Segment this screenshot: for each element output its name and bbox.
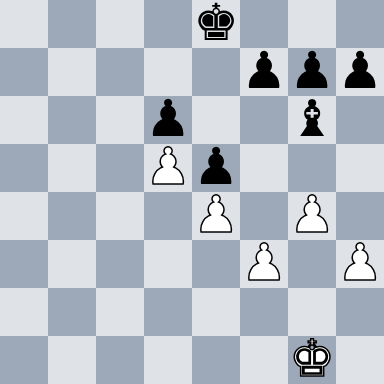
black-bishop[interactable]: ♝ — [289, 95, 335, 143]
black-pawn[interactable]: ♟ — [145, 95, 191, 143]
square-f6[interactable] — [240, 96, 288, 144]
white-pawn[interactable]: ♟ — [289, 191, 335, 239]
square-h6[interactable] — [336, 96, 384, 144]
square-b8[interactable] — [48, 0, 96, 48]
square-e1[interactable] — [192, 336, 240, 384]
square-h3[interactable]: ♟ — [336, 240, 384, 288]
square-e8[interactable]: ♚ — [192, 0, 240, 48]
square-c6[interactable] — [96, 96, 144, 144]
square-b5[interactable] — [48, 144, 96, 192]
square-h1[interactable] — [336, 336, 384, 384]
square-h5[interactable] — [336, 144, 384, 192]
square-f3[interactable]: ♟ — [240, 240, 288, 288]
square-b2[interactable] — [48, 288, 96, 336]
square-h2[interactable] — [336, 288, 384, 336]
square-e3[interactable] — [192, 240, 240, 288]
white-pawn[interactable]: ♟ — [337, 239, 383, 287]
square-f2[interactable] — [240, 288, 288, 336]
chess-board: ♚♟♟♟♟♝♟♟♟♟♟♟♚ — [0, 0, 384, 384]
square-d5[interactable]: ♟ — [144, 144, 192, 192]
square-b4[interactable] — [48, 192, 96, 240]
black-pawn[interactable]: ♟ — [241, 47, 287, 95]
square-f7[interactable]: ♟ — [240, 48, 288, 96]
white-king[interactable]: ♚ — [289, 335, 335, 383]
square-d4[interactable] — [144, 192, 192, 240]
square-h7[interactable]: ♟ — [336, 48, 384, 96]
square-d1[interactable] — [144, 336, 192, 384]
black-pawn[interactable]: ♟ — [337, 47, 383, 95]
square-g3[interactable] — [288, 240, 336, 288]
square-a5[interactable] — [0, 144, 48, 192]
square-c1[interactable] — [96, 336, 144, 384]
square-b1[interactable] — [48, 336, 96, 384]
square-c3[interactable] — [96, 240, 144, 288]
square-b7[interactable] — [48, 48, 96, 96]
square-b3[interactable] — [48, 240, 96, 288]
square-a2[interactable] — [0, 288, 48, 336]
square-e7[interactable] — [192, 48, 240, 96]
square-e2[interactable] — [192, 288, 240, 336]
square-g6[interactable]: ♝ — [288, 96, 336, 144]
square-a1[interactable] — [0, 336, 48, 384]
white-pawn[interactable]: ♟ — [193, 191, 239, 239]
square-d2[interactable] — [144, 288, 192, 336]
black-king[interactable]: ♚ — [193, 0, 239, 47]
white-pawn[interactable]: ♟ — [145, 143, 191, 191]
black-pawn[interactable]: ♟ — [289, 47, 335, 95]
square-a8[interactable] — [0, 0, 48, 48]
square-d8[interactable] — [144, 0, 192, 48]
square-c7[interactable] — [96, 48, 144, 96]
square-a7[interactable] — [0, 48, 48, 96]
square-g1[interactable]: ♚ — [288, 336, 336, 384]
square-g4[interactable]: ♟ — [288, 192, 336, 240]
square-c4[interactable] — [96, 192, 144, 240]
square-a3[interactable] — [0, 240, 48, 288]
square-a6[interactable] — [0, 96, 48, 144]
square-f5[interactable] — [240, 144, 288, 192]
square-e4[interactable]: ♟ — [192, 192, 240, 240]
square-d3[interactable] — [144, 240, 192, 288]
square-c2[interactable] — [96, 288, 144, 336]
white-pawn[interactable]: ♟ — [241, 239, 287, 287]
black-pawn[interactable]: ♟ — [193, 143, 239, 191]
square-c5[interactable] — [96, 144, 144, 192]
square-b6[interactable] — [48, 96, 96, 144]
square-c8[interactable] — [96, 0, 144, 48]
square-f1[interactable] — [240, 336, 288, 384]
square-a4[interactable] — [0, 192, 48, 240]
